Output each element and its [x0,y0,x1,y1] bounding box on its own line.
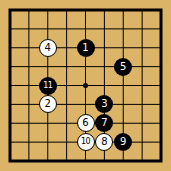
stone-move-number: 3 [101,99,107,109]
stones-layer: 1234567891011 [1,1,171,171]
stone-white-move-10[interactable]: 10 [77,133,95,151]
stone-move-number: 11 [43,81,52,89]
stone-white-move-4[interactable]: 4 [39,39,57,57]
stone-move-number: 9 [120,137,126,147]
stone-move-number: 1 [82,42,88,52]
stone-black-move-7[interactable]: 7 [95,114,113,132]
stone-black-move-9[interactable]: 9 [114,133,132,151]
stone-black-move-11[interactable]: 11 [39,77,57,95]
stone-white-move-6[interactable]: 6 [77,114,95,132]
stone-black-move-3[interactable]: 3 [95,95,113,113]
stone-black-move-5[interactable]: 5 [114,58,132,76]
stone-move-number: 5 [120,61,126,71]
stone-move-number: 8 [101,137,107,147]
stone-move-number: 6 [82,118,88,128]
stone-move-number: 7 [101,118,107,128]
stone-black-move-1[interactable]: 1 [77,39,95,57]
go-board[interactable]: 1234567891011 [0,0,171,171]
stone-move-number: 10 [81,138,90,146]
stone-move-number: 4 [45,42,51,52]
stone-white-move-8[interactable]: 8 [95,133,113,151]
stone-move-number: 2 [45,99,51,109]
stone-white-move-2[interactable]: 2 [39,95,57,113]
